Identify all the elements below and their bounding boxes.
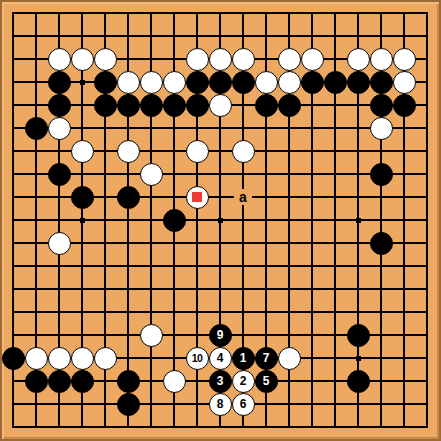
move-number: 6 [240, 398, 247, 410]
white-stone [232, 140, 255, 163]
move-number: 5 [263, 375, 270, 387]
star-point [356, 218, 361, 223]
move-number: 4 [217, 352, 224, 364]
black-stone [347, 370, 370, 393]
star-point [218, 218, 223, 223]
white-stone [370, 48, 393, 71]
black-stone [186, 71, 209, 94]
red-square-marker-icon [192, 192, 202, 202]
black-stone [117, 393, 140, 416]
move-4-stone: 4 [209, 347, 232, 370]
white-stone [71, 140, 94, 163]
black-stone [347, 71, 370, 94]
star-point [80, 80, 85, 85]
white-stone [163, 370, 186, 393]
white-stone [140, 324, 163, 347]
white-stone [278, 48, 301, 71]
black-stone [370, 71, 393, 94]
black-stone [163, 209, 186, 232]
black-stone [209, 71, 232, 94]
white-stone [232, 48, 255, 71]
black-stone [94, 94, 117, 117]
white-stone [48, 48, 71, 71]
black-stone [370, 163, 393, 186]
black-stone [347, 324, 370, 347]
grid-line-horizontal [12, 242, 428, 244]
white-stone [347, 48, 370, 71]
white-stone [71, 347, 94, 370]
white-stone [209, 48, 232, 71]
white-stone [71, 48, 94, 71]
move-2-stone: 2 [232, 370, 255, 393]
move-number: 3 [217, 375, 224, 387]
white-stone [117, 71, 140, 94]
black-stone [140, 94, 163, 117]
black-stone [94, 71, 117, 94]
grid-line-horizontal [12, 265, 428, 267]
white-stone [301, 48, 324, 71]
move-10-stone: 10 [186, 347, 209, 370]
white-stone [163, 71, 186, 94]
white-stone [94, 48, 117, 71]
black-stone [117, 370, 140, 393]
white-stone [117, 140, 140, 163]
move-number: 1 [240, 352, 247, 364]
grid-line-horizontal [12, 426, 428, 428]
black-stone [393, 94, 416, 117]
white-stone [393, 71, 416, 94]
grid-line-vertical [426, 12, 428, 428]
black-stone [301, 71, 324, 94]
black-stone [48, 71, 71, 94]
black-stone [117, 186, 140, 209]
black-stone [255, 94, 278, 117]
black-stone [25, 370, 48, 393]
grid-line-horizontal [12, 288, 428, 290]
grid-line-horizontal [12, 311, 428, 313]
black-stone [370, 232, 393, 255]
white-stone [140, 163, 163, 186]
star-point [80, 218, 85, 223]
white-stone [48, 117, 71, 140]
move-number: 7 [263, 352, 270, 364]
black-stone [232, 71, 255, 94]
white-stone [25, 347, 48, 370]
black-stone [370, 94, 393, 117]
white-stone [94, 347, 117, 370]
move-number: 9 [217, 329, 224, 341]
white-stone [209, 94, 232, 117]
move-1-stone: 1 [232, 347, 255, 370]
move-3-stone: 3 [209, 370, 232, 393]
black-stone [2, 347, 25, 370]
black-stone [117, 94, 140, 117]
black-stone [278, 94, 301, 117]
white-stone [278, 71, 301, 94]
move-6-stone: 6 [232, 393, 255, 416]
white-stone [255, 71, 278, 94]
white-stone [48, 232, 71, 255]
black-stone [71, 186, 94, 209]
black-stone [324, 71, 347, 94]
black-stone [48, 370, 71, 393]
move-5-stone: 5 [255, 370, 278, 393]
move-7-stone: 7 [255, 347, 278, 370]
white-stone [370, 117, 393, 140]
point-label-a: a [234, 189, 252, 205]
black-stone [71, 370, 94, 393]
white-stone [393, 48, 416, 71]
white-stone [278, 347, 301, 370]
black-stone [25, 117, 48, 140]
black-stone [48, 163, 71, 186]
move-9-stone: 9 [209, 324, 232, 347]
marked-white-stone [186, 186, 209, 209]
black-stone [186, 94, 209, 117]
white-stone [186, 48, 209, 71]
white-stone [48, 347, 71, 370]
move-number: 10 [192, 353, 203, 364]
go-board[interactable]: 91041732586a [0, 0, 441, 441]
move-number: 2 [240, 375, 247, 387]
move-number: 8 [217, 398, 224, 410]
black-stone [163, 94, 186, 117]
black-stone [48, 94, 71, 117]
star-point [356, 356, 361, 361]
white-stone [140, 71, 163, 94]
white-stone [186, 140, 209, 163]
move-8-stone: 8 [209, 393, 232, 416]
